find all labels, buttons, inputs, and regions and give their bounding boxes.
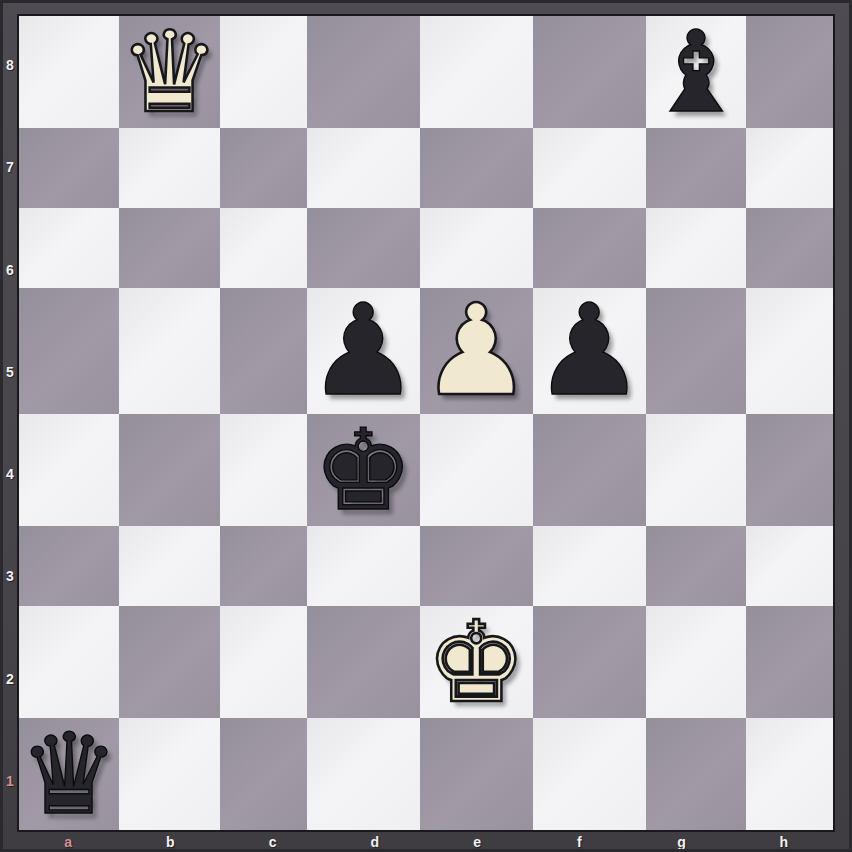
square-f5[interactable]: ♟	[533, 288, 646, 414]
square-d5[interactable]: ♟	[307, 288, 420, 414]
white-king[interactable]: ♚	[426, 606, 526, 718]
square-a3[interactable]	[19, 526, 119, 606]
black-pawn[interactable]: ♟	[307, 288, 420, 414]
square-g4[interactable]	[646, 414, 746, 526]
square-d8[interactable]	[307, 16, 420, 128]
square-e4[interactable]	[420, 414, 533, 526]
file-label-h: h	[733, 833, 835, 850]
square-c8[interactable]	[220, 16, 307, 128]
square-c6[interactable]	[220, 208, 307, 288]
square-h5[interactable]	[746, 288, 833, 414]
square-d3[interactable]	[307, 526, 420, 606]
square-c7[interactable]	[220, 128, 307, 208]
square-b8[interactable]: ♛	[119, 16, 219, 128]
rank-label-2: 2	[3, 628, 17, 730]
square-d1[interactable]	[307, 718, 420, 830]
black-queen[interactable]: ♛	[19, 718, 119, 830]
file-label-d: d	[324, 833, 426, 850]
square-f8[interactable]	[533, 16, 646, 128]
rank-label-7: 7	[3, 116, 17, 218]
square-e1[interactable]	[420, 718, 533, 830]
square-h1[interactable]	[746, 718, 833, 830]
rank-label-4: 4	[3, 423, 17, 525]
square-a4[interactable]	[19, 414, 119, 526]
square-b2[interactable]	[119, 606, 219, 718]
square-f6[interactable]	[533, 208, 646, 288]
rank-label-6: 6	[3, 219, 17, 321]
square-b7[interactable]	[119, 128, 219, 208]
square-c5[interactable]	[220, 288, 307, 414]
file-label-e: e	[426, 833, 528, 850]
square-f7[interactable]	[533, 128, 646, 208]
square-b5[interactable]	[119, 288, 219, 414]
board-frame: 87654321 ♛♝♟♟♟♚♚♛ abcdefgh	[0, 0, 852, 852]
square-d2[interactable]	[307, 606, 420, 718]
square-h8[interactable]	[746, 16, 833, 128]
file-label-g: g	[631, 833, 733, 850]
rank-label-1: 1	[3, 730, 17, 832]
square-g6[interactable]	[646, 208, 746, 288]
rank-labels: 87654321	[3, 14, 17, 832]
black-pawn[interactable]: ♟	[533, 288, 646, 414]
square-e3[interactable]	[420, 526, 533, 606]
square-h7[interactable]	[746, 128, 833, 208]
rank-label-3: 3	[3, 525, 17, 627]
square-a8[interactable]	[19, 16, 119, 128]
square-g8[interactable]: ♝	[646, 16, 746, 128]
black-bishop[interactable]: ♝	[646, 16, 746, 128]
square-e7[interactable]	[420, 128, 533, 208]
square-a5[interactable]	[19, 288, 119, 414]
square-f3[interactable]	[533, 526, 646, 606]
white-pawn[interactable]: ♟	[420, 288, 533, 414]
square-f4[interactable]	[533, 414, 646, 526]
square-a2[interactable]	[19, 606, 119, 718]
square-b6[interactable]	[119, 208, 219, 288]
square-f1[interactable]	[533, 718, 646, 830]
rank-label-5: 5	[3, 321, 17, 423]
square-e2[interactable]: ♚	[420, 606, 533, 718]
rank-label-8: 8	[3, 14, 17, 116]
square-d7[interactable]	[307, 128, 420, 208]
square-c4[interactable]	[220, 414, 307, 526]
file-label-f: f	[528, 833, 630, 850]
square-e6[interactable]	[420, 208, 533, 288]
chess-board[interactable]: ♛♝♟♟♟♚♚♛	[17, 14, 835, 832]
square-g7[interactable]	[646, 128, 746, 208]
square-e5[interactable]: ♟	[420, 288, 533, 414]
square-a7[interactable]	[19, 128, 119, 208]
white-queen[interactable]: ♛	[119, 16, 219, 128]
square-b1[interactable]	[119, 718, 219, 830]
square-h4[interactable]	[746, 414, 833, 526]
square-c3[interactable]	[220, 526, 307, 606]
square-g5[interactable]	[646, 288, 746, 414]
square-b3[interactable]	[119, 526, 219, 606]
file-label-a: a	[17, 833, 119, 850]
square-a1[interactable]: ♛	[19, 718, 119, 830]
square-h2[interactable]	[746, 606, 833, 718]
black-king[interactable]: ♚	[313, 414, 413, 526]
square-h3[interactable]	[746, 526, 833, 606]
square-g1[interactable]	[646, 718, 746, 830]
square-c1[interactable]	[220, 718, 307, 830]
file-labels: abcdefgh	[17, 833, 835, 850]
square-d4[interactable]: ♚	[307, 414, 420, 526]
square-e8[interactable]	[420, 16, 533, 128]
file-label-b: b	[119, 833, 221, 850]
square-d6[interactable]	[307, 208, 420, 288]
square-c2[interactable]	[220, 606, 307, 718]
file-label-c: c	[222, 833, 324, 850]
square-g2[interactable]	[646, 606, 746, 718]
square-g3[interactable]	[646, 526, 746, 606]
square-f2[interactable]	[533, 606, 646, 718]
square-b4[interactable]	[119, 414, 219, 526]
square-h6[interactable]	[746, 208, 833, 288]
square-a6[interactable]	[19, 208, 119, 288]
